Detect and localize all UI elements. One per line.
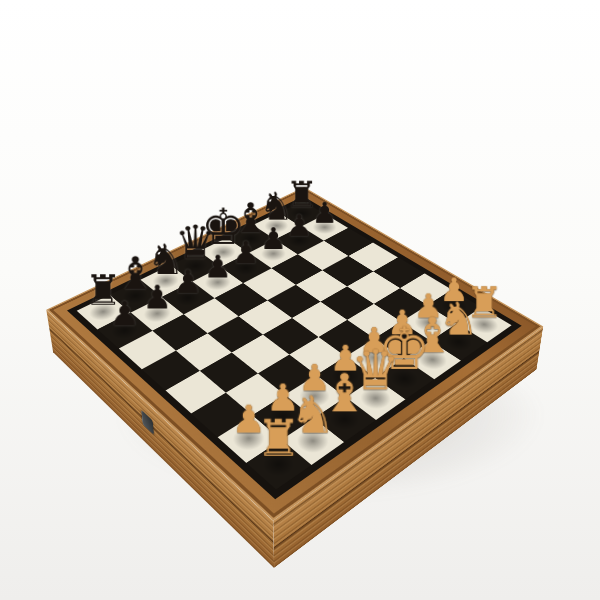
- chessboard-grid: ♜♝♞♛♚♝♞♜♟♟♟♟♟♟♟♟♟♟♟♟♟♟♟♟♜♞♝♛♚♝♞♜: [77, 201, 512, 490]
- board-inner-margin: ♜♝♞♛♚♝♞♜♟♟♟♟♟♟♟♟♟♟♟♟♟♟♟♟♜♞♝♛♚♝♞♜: [67, 196, 522, 499]
- piece-white-rook[interactable]: ♜: [243, 414, 315, 464]
- piece-black-pawn[interactable]: ♟: [94, 297, 155, 331]
- board-square[interactable]: ♜: [246, 440, 311, 490]
- box-latch[interactable]: [141, 410, 154, 435]
- chess-box: ♜♝♞♛♚♝♞♜♟♟♟♟♟♟♟♟♟♟♟♟♟♟♟♟♜♞♝♛♚♝♞♜: [46, 187, 543, 521]
- board-top-face: ♜♝♞♛♚♝♞♜♟♟♟♟♟♟♟♟♟♟♟♟♟♟♟♟♜♞♝♛♚♝♞♜: [46, 187, 543, 521]
- scene: ♜♝♞♛♚♝♞♜♟♟♟♟♟♟♟♟♟♟♟♟♟♟♟♟♜♞♝♛♚♝♞♜: [0, 0, 600, 600]
